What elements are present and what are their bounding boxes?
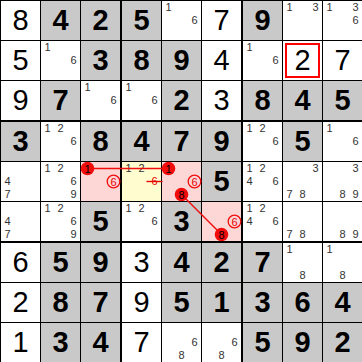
given-digit: 2: [162, 81, 201, 120]
candidate-1: 1: [122, 81, 135, 94]
candidate-7: 7: [283, 188, 296, 201]
cell-r8c3[interactable]: 7: [81, 283, 120, 322]
cell-r6c5[interactable]: 3: [162, 202, 201, 241]
candidate-8: 8: [296, 269, 309, 282]
cell-r9c8[interactable]: 9: [283, 323, 322, 362]
solved-digit: 7: [323, 41, 362, 80]
cell-r9c9[interactable]: 2: [323, 323, 362, 362]
candidates: 126: [41, 122, 80, 161]
solved-digit: 2: [283, 41, 322, 80]
candidate-6: 6: [349, 135, 362, 148]
cell-r3c5[interactable]: 2: [162, 81, 201, 120]
cell-r6c2[interactable]: 1269: [41, 202, 80, 241]
cell-r7c7[interactable]: 7: [243, 243, 282, 282]
solved-digit: 1: [1, 323, 40, 362]
cell-r3c4[interactable]: 16: [122, 81, 161, 120]
candidates: [202, 202, 241, 241]
candidate-8: 8: [336, 269, 349, 282]
candidate-8: 8: [296, 228, 309, 241]
candidate-6: 6: [67, 175, 80, 188]
candidate-6: 6: [148, 215, 161, 228]
candidates: 68: [162, 323, 201, 362]
cell-r1c8[interactable]: 13: [283, 1, 322, 40]
cell-r9c6[interactable]: 68: [202, 323, 241, 362]
cell-r1c1[interactable]: 8: [1, 1, 40, 40]
given-digit: 3: [81, 41, 120, 80]
candidate-6: 6: [148, 175, 161, 188]
cell-r8c1[interactable]: 2: [1, 283, 40, 322]
cell-r3c8[interactable]: 4: [283, 81, 322, 120]
candidates: 18: [323, 243, 362, 282]
cell-r4c3[interactable]: 8: [81, 122, 120, 161]
cell-r7c5[interactable]: 4: [162, 243, 201, 282]
candidates: 16: [41, 41, 80, 80]
candidate-2: 2: [256, 162, 269, 175]
cell-r7c8[interactable]: 18: [283, 243, 322, 282]
sudoku-board: 8425167913136516389416279716162384531268…: [0, 0, 362, 362]
candidates: 18: [283, 243, 322, 282]
cell-r3c2[interactable]: 7: [41, 81, 80, 120]
solved-digit: 9: [1, 81, 40, 120]
cell-r2c6[interactable]: 4: [202, 41, 241, 80]
cell-r3c9[interactable]: 5: [323, 81, 362, 120]
given-digit: 4: [162, 243, 201, 282]
given-digit: 5: [243, 323, 282, 362]
cell-r5c1[interactable]: 47: [1, 162, 40, 201]
cell-r4c9[interactable]: 16: [323, 122, 362, 161]
solved-digit: 3: [122, 243, 161, 282]
candidate-2: 2: [256, 202, 269, 215]
solved-digit: 6: [1, 243, 40, 282]
given-digit: 3: [243, 283, 282, 322]
candidate-7: 7: [1, 228, 14, 241]
cell-r3c6[interactable]: 3: [202, 81, 241, 120]
given-digit: 5: [122, 1, 161, 40]
cell-r9c4[interactable]: 7: [122, 323, 161, 362]
candidate-6: 6: [269, 175, 282, 188]
given-digit: 4: [323, 283, 362, 322]
cell-r5c3[interactable]: [81, 162, 120, 201]
candidates: [162, 162, 201, 201]
cell-r1c5[interactable]: 16: [162, 1, 201, 40]
candidates: 16: [122, 81, 161, 120]
given-digit: 7: [81, 283, 120, 322]
candidates: 47: [1, 202, 40, 241]
candidate-8: 8: [215, 349, 228, 362]
candidates: 16: [323, 122, 362, 161]
candidate-6: 6: [349, 14, 362, 27]
candidate-1: 1: [162, 1, 175, 14]
solved-digit: 2: [1, 283, 40, 322]
candidate-6: 6: [148, 94, 161, 107]
given-digit: 3: [162, 202, 201, 241]
solved-digit: 3: [202, 81, 241, 120]
candidate-6: 6: [67, 54, 80, 67]
given-digit: 8: [81, 122, 120, 161]
candidates: 126: [243, 122, 282, 161]
candidate-1: 1: [323, 1, 336, 14]
candidate-1: 1: [243, 41, 256, 54]
candidate-1: 1: [243, 202, 256, 215]
candidate-6: 6: [67, 215, 80, 228]
given-digit: 8: [122, 41, 161, 80]
given-digit: 1: [202, 283, 241, 322]
candidates: 78: [283, 202, 322, 241]
candidate-8: 8: [336, 188, 349, 201]
cell-r5c9[interactable]: 389: [323, 162, 362, 201]
cell-r2c9[interactable]: 7: [323, 41, 362, 80]
candidates: 16: [243, 41, 282, 80]
cell-r4c6[interactable]: 9: [202, 122, 241, 161]
given-digit: 9: [243, 1, 282, 40]
candidate-4: 4: [1, 215, 14, 228]
candidate-1: 1: [283, 1, 296, 14]
candidate-8: 8: [296, 188, 309, 201]
cell-r6c3[interactable]: 5: [81, 202, 120, 241]
given-digit: 5: [202, 162, 241, 201]
candidate-3: 3: [309, 1, 322, 14]
cell-r4c8[interactable]: 5: [283, 122, 322, 161]
given-digit: 2: [202, 243, 241, 282]
cell-r6c1[interactable]: 47: [1, 202, 40, 241]
candidate-9: 9: [67, 228, 80, 241]
cell-r6c9[interactable]: 89: [323, 202, 362, 241]
given-digit: 7: [41, 81, 80, 120]
cell-r8c2[interactable]: 8: [41, 283, 80, 322]
solved-digit: 7: [122, 323, 161, 362]
cell-r4c2[interactable]: 126: [41, 122, 80, 161]
candidates: [81, 162, 120, 201]
candidate-7: 7: [283, 228, 296, 241]
cell-r3c1[interactable]: 9: [1, 81, 40, 120]
given-digit: 6: [283, 283, 322, 322]
candidate-6: 6: [188, 336, 201, 349]
candidate-9: 9: [349, 188, 362, 201]
given-digit: 2: [323, 323, 362, 362]
given-digit: 9: [283, 323, 322, 362]
given-digit: 5: [323, 81, 362, 120]
candidates: 89: [323, 202, 362, 241]
cell-r5c4[interactable]: 126: [122, 162, 161, 201]
given-digit: 3: [1, 122, 40, 161]
given-digit: 4: [81, 323, 120, 362]
cell-r4c1[interactable]: 3: [1, 122, 40, 161]
candidate-1: 1: [243, 122, 256, 135]
given-digit: 9: [202, 122, 241, 161]
candidates: 378: [283, 162, 322, 201]
cell-r8c5[interactable]: 5: [162, 283, 201, 322]
cell-r7c3[interactable]: 9: [81, 243, 120, 282]
cell-r9c5[interactable]: 68: [162, 323, 201, 362]
candidates: 389: [323, 162, 362, 201]
cell-r3c3[interactable]: 16: [81, 81, 120, 120]
solved-digit: 7: [202, 1, 241, 40]
candidate-1: 1: [41, 202, 54, 215]
given-digit: 5: [81, 202, 120, 241]
cell-r7c9[interactable]: 18: [323, 243, 362, 282]
cell-r8c4[interactable]: 9: [122, 283, 161, 322]
cell-r6c4[interactable]: 126: [122, 202, 161, 241]
cell-r2c5[interactable]: 9: [162, 41, 201, 80]
candidates: 126: [122, 162, 161, 201]
candidates: 1269: [41, 162, 80, 201]
given-digit: 5: [41, 243, 80, 282]
cell-r7c2[interactable]: 5: [41, 243, 80, 282]
candidates: 68: [202, 323, 241, 362]
cell-r1c2[interactable]: 4: [41, 1, 80, 40]
app: 8425167913136516389416279716162384531268…: [0, 0, 362, 362]
candidates: 13: [283, 1, 322, 40]
candidate-1: 1: [81, 81, 94, 94]
candidate-1: 1: [122, 202, 135, 215]
solved-digit: 9: [122, 283, 161, 322]
cell-r2c8[interactable]: 2: [283, 41, 322, 80]
cell-r9c2[interactable]: 3: [41, 323, 80, 362]
candidate-2: 2: [54, 122, 67, 135]
cell-r2c2[interactable]: 16: [41, 41, 80, 80]
given-digit: 2: [81, 1, 120, 40]
given-digit: 9: [81, 243, 120, 282]
cell-r6c6[interactable]: [202, 202, 241, 241]
solved-digit: 8: [1, 1, 40, 40]
cell-r6c8[interactable]: 78: [283, 202, 322, 241]
candidate-2: 2: [256, 122, 269, 135]
cell-r4c4[interactable]: 4: [122, 122, 161, 161]
candidate-1: 1: [323, 243, 336, 256]
cell-r7c4[interactable]: 3: [122, 243, 161, 282]
candidate-3: 3: [349, 162, 362, 175]
candidate-8: 8: [175, 349, 188, 362]
cell-r8c7[interactable]: 3: [243, 283, 282, 322]
cell-r5c2[interactable]: 1269: [41, 162, 80, 201]
given-digit: 8: [41, 283, 80, 322]
candidates: 136: [323, 1, 362, 40]
candidate-1: 1: [323, 122, 336, 135]
given-digit: 4: [122, 122, 161, 161]
given-digit: 5: [162, 283, 201, 322]
candidate-7: 7: [1, 188, 14, 201]
candidate-4: 4: [243, 175, 256, 188]
candidate-1: 1: [41, 122, 54, 135]
cell-r2c7[interactable]: 16: [243, 41, 282, 80]
candidate-4: 4: [1, 175, 14, 188]
given-digit: 7: [243, 243, 282, 282]
candidate-9: 9: [349, 228, 362, 241]
given-digit: 8: [243, 81, 282, 120]
candidates: 16: [162, 1, 201, 40]
candidate-1: 1: [283, 243, 296, 256]
candidate-6: 6: [269, 54, 282, 67]
candidate-6: 6: [269, 135, 282, 148]
candidate-6: 6: [67, 135, 80, 148]
candidate-3: 3: [309, 162, 322, 175]
cell-r9c1[interactable]: 1: [1, 323, 40, 362]
cell-r1c9[interactable]: 136: [323, 1, 362, 40]
candidate-2: 2: [135, 162, 148, 175]
candidates: 1246: [243, 202, 282, 241]
cell-r5c8[interactable]: 378: [283, 162, 322, 201]
cell-r8c9[interactable]: 4: [323, 283, 362, 322]
candidate-2: 2: [54, 162, 67, 175]
given-digit: 5: [283, 122, 322, 161]
solved-digit: 4: [202, 41, 241, 80]
candidate-1: 1: [122, 162, 135, 175]
cell-r5c7[interactable]: 1246: [243, 162, 282, 201]
cell-r7c6[interactable]: 2: [202, 243, 241, 282]
candidates: 1269: [41, 202, 80, 241]
candidate-4: 4: [243, 215, 256, 228]
cell-r2c4[interactable]: 8: [122, 41, 161, 80]
candidate-9: 9: [67, 188, 80, 201]
cell-r3c7[interactable]: 8: [243, 81, 282, 120]
candidate-6: 6: [269, 215, 282, 228]
candidates: 1246: [243, 162, 282, 201]
candidate-6: 6: [107, 94, 120, 107]
cell-r4c7[interactable]: 126: [243, 122, 282, 161]
candidate-1: 1: [41, 41, 54, 54]
cell-r1c4[interactable]: 5: [122, 1, 161, 40]
candidate-3: 3: [349, 1, 362, 14]
candidate-6: 6: [228, 336, 241, 349]
candidates: 16: [81, 81, 120, 120]
cell-r8c6[interactable]: 1: [202, 283, 241, 322]
candidate-2: 2: [135, 202, 148, 215]
cell-r2c1[interactable]: 5: [1, 41, 40, 80]
cell-r8c8[interactable]: 6: [283, 283, 322, 322]
cell-r4c5[interactable]: 7: [162, 122, 201, 161]
given-digit: 7: [162, 122, 201, 161]
cell-r5c5[interactable]: [162, 162, 201, 201]
given-digit: 3: [41, 323, 80, 362]
given-digit: 4: [41, 1, 80, 40]
cell-r1c7[interactable]: 9: [243, 1, 282, 40]
candidate-8: 8: [336, 228, 349, 241]
cell-r5c6[interactable]: 5: [202, 162, 241, 201]
candidate-1: 1: [41, 162, 54, 175]
cell-r9c7[interactable]: 5: [243, 323, 282, 362]
cell-r6c7[interactable]: 1246: [243, 202, 282, 241]
solved-digit: 5: [1, 41, 40, 80]
candidates: 47: [1, 162, 40, 201]
given-digit: 4: [283, 81, 322, 120]
candidate-6: 6: [188, 14, 201, 27]
cell-r7c1[interactable]: 6: [1, 243, 40, 282]
cell-r1c3[interactable]: 2: [81, 1, 120, 40]
cell-r9c3[interactable]: 4: [81, 323, 120, 362]
candidates: 126: [122, 202, 161, 241]
given-digit: 9: [162, 41, 201, 80]
cell-r2c3[interactable]: 3: [81, 41, 120, 80]
cell-r1c6[interactable]: 7: [202, 1, 241, 40]
candidate-2: 2: [54, 202, 67, 215]
candidate-1: 1: [243, 162, 256, 175]
